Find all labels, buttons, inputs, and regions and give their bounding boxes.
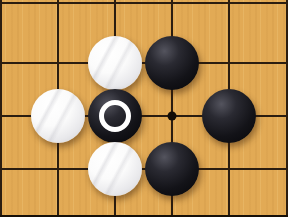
star-point xyxy=(168,112,177,121)
grid-line-vertical xyxy=(0,0,2,215)
grid-line-vertical xyxy=(286,0,288,215)
stone-white[interactable] xyxy=(88,142,142,196)
stone-white[interactable] xyxy=(88,36,142,90)
stone-black[interactable] xyxy=(202,89,256,143)
stone-black[interactable] xyxy=(145,36,199,90)
stone-black[interactable] xyxy=(145,142,199,196)
stone-white[interactable] xyxy=(31,89,85,143)
stone-black[interactable] xyxy=(88,89,142,143)
last-move-circle-marker xyxy=(99,100,131,132)
grid-line-horizontal xyxy=(0,168,288,170)
grid-line-horizontal xyxy=(0,2,288,4)
go-board[interactable] xyxy=(0,0,288,217)
grid-line-horizontal xyxy=(0,62,288,64)
